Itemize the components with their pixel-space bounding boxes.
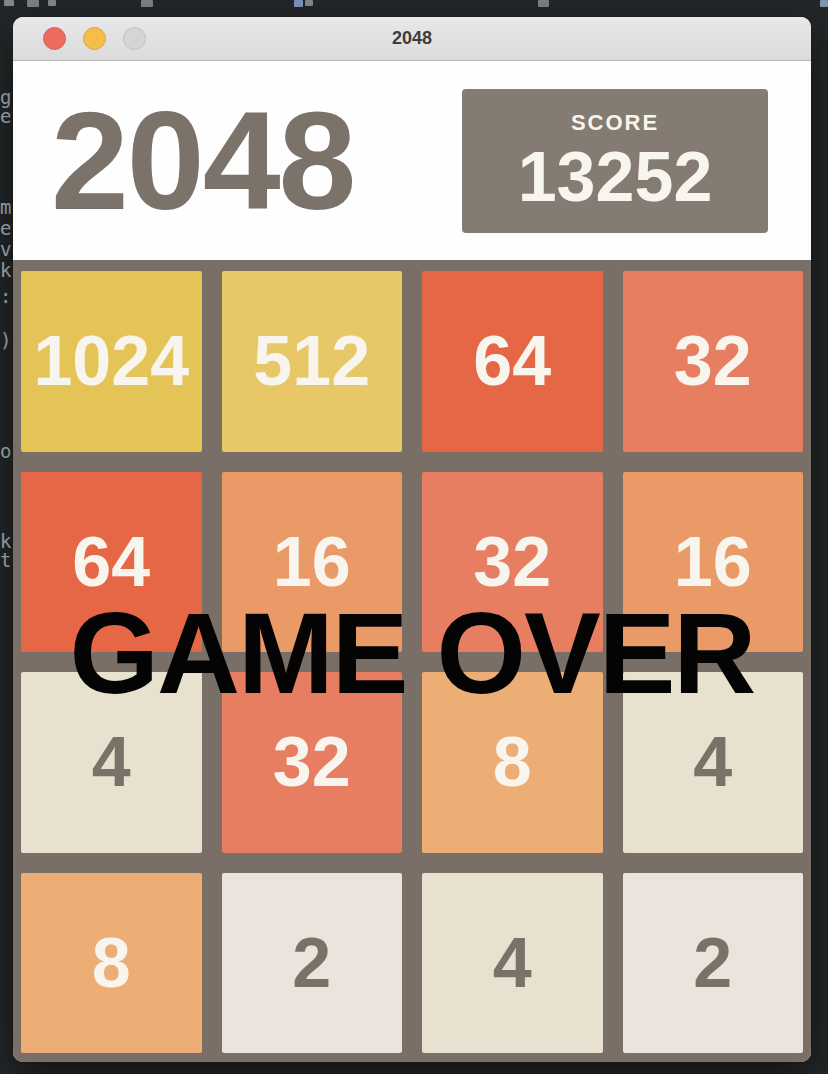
game-board[interactable]: 1024512643264163216432848242 bbox=[13, 260, 811, 1062]
tile-r1c3-16: 16 bbox=[623, 472, 804, 653]
background-tab-fragment bbox=[141, 0, 153, 7]
background-code-fragment: k bbox=[0, 261, 11, 280]
background-code-fragment: v bbox=[0, 240, 11, 259]
background-tab-fragment bbox=[294, 0, 303, 7]
background-tab-fragment bbox=[4, 0, 14, 6]
tile-r0c1-512: 512 bbox=[222, 271, 403, 452]
tile-r0c0-1024: 1024 bbox=[21, 271, 202, 452]
tile-r2c2-8: 8 bbox=[422, 672, 603, 853]
background-code-fragment: : bbox=[0, 287, 11, 306]
background-tab-fragment bbox=[48, 0, 56, 6]
tile-r3c3-2: 2 bbox=[623, 873, 804, 1054]
background-code-fragment: t bbox=[0, 551, 11, 570]
zoom-button[interactable] bbox=[123, 27, 146, 50]
desktop-background: { "game": "2048", "position": "1024,512,… bbox=[0, 0, 828, 1074]
tile-r2c0-4: 4 bbox=[21, 672, 202, 853]
window-controls bbox=[43, 27, 146, 50]
background-tab-fragment bbox=[27, 0, 39, 7]
tile-r2c3-4: 4 bbox=[623, 672, 804, 853]
minimize-button[interactable] bbox=[83, 27, 106, 50]
score-box: SCORE 13252 bbox=[462, 89, 768, 233]
background-tab-fragment bbox=[305, 0, 313, 6]
logo-2048: 2048 bbox=[51, 91, 354, 231]
background-code-fragment: ) bbox=[0, 331, 11, 350]
close-button[interactable] bbox=[43, 27, 66, 50]
window-titlebar[interactable]: 2048 bbox=[13, 17, 811, 61]
tile-r0c2-64: 64 bbox=[422, 271, 603, 452]
background-tab-fragment bbox=[820, 0, 828, 7]
tile-r3c1-2: 2 bbox=[222, 873, 403, 1054]
tile-r1c0-64: 64 bbox=[21, 472, 202, 653]
tile-r1c2-32: 32 bbox=[422, 472, 603, 653]
game-header: 2048 SCORE 13252 bbox=[13, 61, 811, 260]
tile-r0c3-32: 32 bbox=[623, 271, 804, 452]
background-code-fragment: e bbox=[0, 219, 11, 238]
background-code-fragment: e bbox=[0, 107, 11, 126]
tile-r3c2-4: 4 bbox=[422, 873, 603, 1054]
background-code-fragment: m bbox=[0, 198, 11, 217]
tile-r3c0-8: 8 bbox=[21, 873, 202, 1054]
tile-r2c1-32: 32 bbox=[222, 672, 403, 853]
score-label: SCORE bbox=[571, 108, 659, 138]
background-tab-fragment bbox=[538, 0, 549, 7]
app-window: 2048 2048 SCORE 13252 102451264326416321… bbox=[13, 17, 811, 1062]
background-code-fragment: o bbox=[0, 442, 11, 461]
tile-r1c1-16: 16 bbox=[222, 472, 403, 653]
score-value: 13252 bbox=[518, 138, 713, 216]
